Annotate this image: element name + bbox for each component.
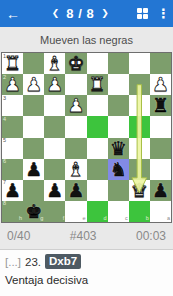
overflow-menu-icon[interactable]: ⋮ [157,6,167,21]
square-a2[interactable]: ♟ [150,74,171,95]
piece-bP-a7: ♟ [152,180,169,199]
square-d8[interactable]: d [87,201,108,222]
square-g2[interactable]: ♟ [23,74,44,95]
square-f8[interactable]: f [44,201,65,222]
piece-wB-f1: ♝ [46,54,63,73]
square-c3[interactable] [108,95,129,116]
square-b1[interactable] [129,53,150,74]
square-a4[interactable] [150,116,171,137]
square-g6[interactable]: ♟ [23,159,44,180]
square-g4[interactable] [23,116,44,137]
square-h4[interactable]: 4 [2,116,23,137]
square-a6[interactable] [150,159,171,180]
board-container: 1♜♝♚2♟♟♟♜♟3♟♜45♛6♟♝♞7♟♟♟♛♟8hg♚fedcba [1,52,172,223]
square-c5[interactable]: ♛ [108,138,129,159]
square-f7[interactable]: ♟ [44,180,65,201]
chess-board: 1♜♝♚2♟♟♟♜♟3♟♜45♛6♟♝♞7♟♟♟♛♟8hg♚fedcba [2,53,171,222]
square-g1[interactable] [23,53,44,74]
move-number: 23. [25,256,41,268]
square-f1[interactable]: ♝ [44,53,65,74]
rank-label-2: 2 [3,75,6,81]
square-h3[interactable]: 3 [2,95,23,116]
square-d3[interactable] [87,95,108,116]
rank-label-4: 4 [3,117,6,123]
square-f6[interactable] [44,159,65,180]
square-h2[interactable]: 2♟ [2,74,23,95]
piece-bP-g6: ♟ [25,159,42,178]
square-g3[interactable] [23,95,44,116]
square-e3[interactable]: ♟ [65,95,86,116]
square-h8[interactable]: 8h [2,201,23,222]
piece-bR-a3: ♜ [152,96,169,115]
piece-wB-e6: ♝ [67,159,84,178]
square-b3[interactable] [129,95,150,116]
square-g7[interactable] [23,180,44,201]
square-e4[interactable] [65,116,86,137]
square-f5[interactable] [44,138,65,159]
square-e2[interactable] [65,74,86,95]
rank-label-6: 6 [3,159,6,165]
piece-bK-g8: ♚ [25,201,42,220]
piece-wQ-b7: ♛ [131,180,148,199]
board-list-icon[interactable] [137,8,149,20]
square-e1[interactable]: ♚ [65,53,86,74]
piece-wR-h1: ♜ [4,54,21,73]
square-a8[interactable]: a [150,201,171,222]
file-label-a: a [167,216,170,222]
square-c1[interactable] [108,53,129,74]
piece-bP-e7: ♟ [67,180,84,199]
file-label-f: f [63,216,65,222]
turn-text: Mueven las negras [40,34,133,46]
rank-label-1: 1 [3,54,6,60]
piece-bP-h7: ♟ [4,180,21,199]
piece-wR-d2: ♜ [89,75,106,94]
square-d4[interactable] [87,116,108,137]
square-a1[interactable] [150,53,171,74]
position-counter: 8 / 8 [66,6,94,21]
square-a5[interactable] [150,138,171,159]
file-label-c: c [125,216,128,222]
file-label-g: g [40,216,43,222]
puzzle-number: #403 [70,229,97,243]
square-d2[interactable]: ♜ [87,74,108,95]
piece-bP-f7: ♟ [46,180,63,199]
square-b6[interactable] [129,159,150,180]
rank-label-8: 8 [3,201,6,207]
square-e7[interactable]: ♟ [65,180,86,201]
square-h1[interactable]: 1♜ [2,53,23,74]
square-h6[interactable]: 6 [2,159,23,180]
square-f4[interactable] [44,116,65,137]
evaluation-text: Ventaja decisiva [5,274,168,286]
rank-label-7: 7 [3,180,6,186]
file-label-b: b [146,216,149,222]
piece-wP-e3: ♟ [67,96,84,115]
piece-wP-a2: ♟ [152,75,169,94]
moves-area: [...] 23. Dxb7 Ventaja decisiva [0,250,173,296]
prev-position-button[interactable]: ❮ [52,9,60,18]
file-label-h: h [19,216,22,222]
square-d1[interactable] [87,53,108,74]
square-h5[interactable]: 5 [2,138,23,159]
square-a3[interactable]: ♜ [150,95,171,116]
square-c8[interactable]: c [108,201,129,222]
square-c7[interactable] [108,180,129,201]
square-g5[interactable] [23,138,44,159]
file-label-e: e [82,216,85,222]
rank-label-5: 5 [3,138,6,144]
square-d5[interactable] [87,138,108,159]
move-line: [...] 23. Dxb7 [5,254,168,269]
timer: 00:03 [136,229,166,243]
square-e5[interactable] [65,138,86,159]
square-e6[interactable]: ♝ [65,159,86,180]
piece-wP-h2: ♟ [4,75,21,94]
square-b4[interactable] [129,116,150,137]
square-c4[interactable] [108,116,129,137]
hidden-moves-ellipsis[interactable]: [...] [5,256,21,268]
rank-label-3: 3 [3,96,6,102]
square-b7[interactable]: ♛ [129,180,150,201]
info-bar: 0/40 #403 00:03 [0,223,173,250]
square-b2[interactable] [129,74,150,95]
square-b5[interactable] [129,138,150,159]
piece-bQ-c5: ♛ [110,138,127,157]
app-bar: ← ❮ 8 / 8 ❯ ⋮ [0,0,173,27]
position-navigator: ❮ 8 / 8 ❯ [24,6,137,21]
square-f3[interactable] [44,95,65,116]
piece-wP-g2: ♟ [25,75,42,94]
square-f2[interactable]: ♟ [44,74,65,95]
square-b8[interactable]: b [129,201,150,222]
piece-bN-c6: ♞ [110,159,127,178]
file-label-d: d [104,216,107,222]
square-h7[interactable]: 7♟ [2,180,23,201]
piece-wK-e1: ♚ [67,54,84,73]
square-c6[interactable]: ♞ [108,159,129,180]
back-button[interactable]: ← [6,6,24,22]
square-d7[interactable] [87,180,108,201]
square-g8[interactable]: g♚ [23,201,44,222]
next-position-button[interactable]: ❯ [101,9,109,18]
score-counter: 0/40 [7,229,30,243]
square-d6[interactable] [87,159,108,180]
turn-indicator: Mueven las negras [0,27,173,52]
current-move-chip[interactable]: Dxb7 [45,254,81,269]
square-a7[interactable]: ♟ [150,180,171,201]
piece-wP-f2: ♟ [46,75,63,94]
square-c2[interactable] [108,74,129,95]
square-e8[interactable]: e [65,201,86,222]
